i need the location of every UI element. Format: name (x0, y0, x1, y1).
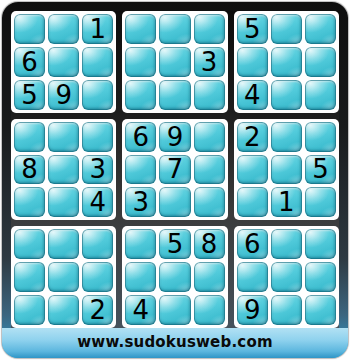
cell-r5-c5[interactable]: 7 (159, 155, 190, 185)
cell-r5-c2[interactable] (48, 155, 79, 185)
cell-r8-c2[interactable] (48, 262, 79, 292)
cell-r7-c5[interactable]: 5 (159, 229, 190, 259)
cell-r7-c1[interactable] (14, 229, 45, 259)
cell-r5-c4[interactable] (125, 155, 156, 185)
cell-value: 7 (167, 156, 184, 182)
cell-r6-c6[interactable] (194, 187, 225, 217)
cell-r1-c4[interactable] (125, 14, 156, 44)
cell-r5-c1[interactable]: 8 (14, 155, 45, 185)
cell-r1-c5[interactable] (159, 14, 190, 44)
cell-r3-c3[interactable] (82, 80, 113, 110)
cell-r3-c4[interactable] (125, 80, 156, 110)
cell-r9-c9[interactable] (305, 295, 336, 325)
cell-r9-c6[interactable] (194, 295, 225, 325)
cell-r7-c4[interactable] (125, 229, 156, 259)
cell-value: 2 (244, 124, 261, 150)
cell-value: 5 (312, 156, 329, 182)
box-r1-c3: 54 (234, 11, 339, 113)
cell-r7-c7[interactable]: 6 (237, 229, 268, 259)
cell-value: 5 (21, 82, 38, 108)
cell-r8-c6[interactable] (194, 262, 225, 292)
cell-r3-c9[interactable] (305, 80, 336, 110)
cell-value: 6 (133, 124, 150, 150)
cell-r4-c9[interactable] (305, 122, 336, 152)
cell-r3-c6[interactable] (194, 80, 225, 110)
cell-r3-c1[interactable]: 5 (14, 80, 45, 110)
box-r1-c1: 1659 (11, 11, 116, 113)
frame: 16593548346973251258469 www.sudokusweb.c… (2, 2, 348, 358)
cell-r9-c8[interactable] (271, 295, 302, 325)
cell-value: 4 (244, 82, 261, 108)
sudoku-widget: 16593548346973251258469 www.sudokusweb.c… (0, 0, 350, 360)
cell-r4-c7[interactable]: 2 (237, 122, 268, 152)
cell-r1-c6[interactable] (194, 14, 225, 44)
cell-value: 3 (90, 156, 107, 182)
cell-r9-c4[interactable]: 4 (125, 295, 156, 325)
cell-r9-c7[interactable]: 9 (237, 295, 268, 325)
box-r2-c2: 6973 (122, 119, 227, 221)
cell-value: 2 (90, 297, 107, 323)
footer: www.sudokusweb.com (2, 328, 348, 358)
cell-r8-c5[interactable] (159, 262, 190, 292)
box-r2-c1: 834 (11, 119, 116, 221)
cell-r7-c8[interactable] (271, 229, 302, 259)
cell-r3-c5[interactable] (159, 80, 190, 110)
cell-r8-c7[interactable] (237, 262, 268, 292)
cell-r2-c8[interactable] (271, 47, 302, 77)
site-url: www.sudokusweb.com (77, 333, 272, 351)
cell-r2-c2[interactable] (48, 47, 79, 77)
cell-r3-c2[interactable]: 9 (48, 80, 79, 110)
box-r3-c3: 69 (234, 226, 339, 328)
cell-value: 8 (201, 231, 218, 257)
cell-r2-c3[interactable] (82, 47, 113, 77)
cell-r7-c9[interactable] (305, 229, 336, 259)
cell-value: 9 (244, 297, 261, 323)
cell-r6-c4[interactable]: 3 (125, 187, 156, 217)
sudoku-board: 16593548346973251258469 (11, 11, 339, 328)
cell-r7-c3[interactable] (82, 229, 113, 259)
cell-r5-c7[interactable] (237, 155, 268, 185)
cell-value: 6 (244, 231, 261, 257)
cell-value: 8 (21, 156, 38, 182)
cell-r5-c9[interactable]: 5 (305, 155, 336, 185)
cell-r4-c5[interactable]: 9 (159, 122, 190, 152)
cell-r8-c4[interactable] (125, 262, 156, 292)
cell-r6-c2[interactable] (48, 187, 79, 217)
box-r3-c2: 584 (122, 226, 227, 328)
cell-r1-c3[interactable]: 1 (82, 14, 113, 44)
cell-value: 3 (133, 189, 150, 215)
cell-value: 9 (55, 82, 72, 108)
cell-r9-c3[interactable]: 2 (82, 295, 113, 325)
cell-r6-c8[interactable]: 1 (271, 187, 302, 217)
cell-r7-c2[interactable] (48, 229, 79, 259)
cell-value: 1 (90, 16, 107, 42)
box-r1-c2: 3 (122, 11, 227, 113)
cell-r9-c2[interactable] (48, 295, 79, 325)
cell-r2-c9[interactable] (305, 47, 336, 77)
cell-r2-c7[interactable] (237, 47, 268, 77)
cell-r9-c5[interactable] (159, 295, 190, 325)
cell-r1-c8[interactable] (271, 14, 302, 44)
cell-r4-c3[interactable] (82, 122, 113, 152)
cell-r1-c9[interactable] (305, 14, 336, 44)
cell-value: 5 (244, 16, 261, 42)
cell-r5-c3[interactable]: 3 (82, 155, 113, 185)
cell-r9-c1[interactable] (14, 295, 45, 325)
cell-value: 6 (21, 49, 38, 75)
cell-r4-c4[interactable]: 6 (125, 122, 156, 152)
cell-r4-c2[interactable] (48, 122, 79, 152)
cell-r2-c5[interactable] (159, 47, 190, 77)
cell-value: 5 (167, 231, 184, 257)
cell-r6-c1[interactable] (14, 187, 45, 217)
cell-r4-c8[interactable] (271, 122, 302, 152)
cell-r6-c5[interactable] (159, 187, 190, 217)
cell-value: 9 (167, 124, 184, 150)
cell-r8-c3[interactable] (82, 262, 113, 292)
cell-value: 4 (133, 297, 150, 323)
cell-r2-c6[interactable]: 3 (194, 47, 225, 77)
cell-r3-c8[interactable] (271, 80, 302, 110)
cell-r5-c6[interactable] (194, 155, 225, 185)
cell-r1-c1[interactable] (14, 14, 45, 44)
cell-r4-c1[interactable] (14, 122, 45, 152)
cell-r6-c7[interactable] (237, 187, 268, 217)
cell-r1-c7[interactable]: 5 (237, 14, 268, 44)
cell-r3-c7[interactable]: 4 (237, 80, 268, 110)
cell-r6-c3[interactable]: 4 (82, 187, 113, 217)
cell-value: 3 (201, 49, 218, 75)
cell-value: 1 (278, 189, 295, 215)
cell-r8-c8[interactable] (271, 262, 302, 292)
cell-r5-c8[interactable] (271, 155, 302, 185)
cell-r2-c1[interactable]: 6 (14, 47, 45, 77)
cell-r7-c6[interactable]: 8 (194, 229, 225, 259)
cell-r8-c1[interactable] (14, 262, 45, 292)
box-r3-c1: 2 (11, 226, 116, 328)
cell-r4-c6[interactable] (194, 122, 225, 152)
cell-r2-c4[interactable] (125, 47, 156, 77)
box-r2-c3: 251 (234, 119, 339, 221)
cell-r6-c9[interactable] (305, 187, 336, 217)
cell-value: 4 (90, 189, 107, 215)
cell-r8-c9[interactable] (305, 262, 336, 292)
cell-r1-c2[interactable] (48, 14, 79, 44)
